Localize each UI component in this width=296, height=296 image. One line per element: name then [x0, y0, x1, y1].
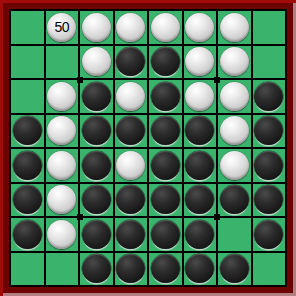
black-disc — [13, 220, 42, 249]
black-disc — [116, 220, 145, 249]
black-disc — [151, 47, 180, 76]
black-disc — [151, 220, 180, 249]
black-disc — [116, 47, 145, 76]
cell-g2[interactable] — [218, 46, 251, 79]
white-disc — [47, 220, 76, 249]
white-disc — [220, 13, 249, 42]
black-disc — [151, 151, 180, 180]
cell-b3[interactable] — [46, 80, 79, 113]
black-disc — [151, 116, 180, 145]
cell-c4[interactable] — [80, 115, 113, 148]
move-number-label: 50 — [54, 20, 69, 34]
white-disc — [82, 13, 111, 42]
cell-g1[interactable] — [218, 11, 251, 44]
cell-a6[interactable] — [11, 184, 44, 217]
black-disc — [13, 185, 42, 214]
cell-f1[interactable] — [184, 11, 217, 44]
black-disc — [185, 116, 214, 145]
cell-g3[interactable] — [218, 80, 251, 113]
white-disc — [220, 151, 249, 180]
white-disc — [185, 47, 214, 76]
cell-f5[interactable] — [184, 149, 217, 182]
white-disc — [220, 82, 249, 111]
white-disc — [47, 185, 76, 214]
cell-e3[interactable] — [149, 80, 182, 113]
board-frame: 50 — [0, 0, 296, 296]
white-disc — [116, 13, 145, 42]
cell-b4[interactable] — [46, 115, 79, 148]
black-disc — [185, 220, 214, 249]
black-disc — [82, 82, 111, 111]
cell-f6[interactable] — [184, 184, 217, 217]
cell-d1[interactable] — [115, 11, 148, 44]
cell-g4[interactable] — [218, 115, 251, 148]
cell-e8[interactable] — [149, 253, 182, 286]
black-disc — [254, 220, 283, 249]
black-disc — [82, 254, 111, 283]
cell-c2[interactable] — [80, 46, 113, 79]
black-disc — [13, 116, 42, 145]
cell-h7[interactable] — [253, 218, 286, 251]
white-disc — [47, 151, 76, 180]
cell-g6[interactable] — [218, 184, 251, 217]
cell-d4[interactable] — [115, 115, 148, 148]
black-disc — [220, 254, 249, 283]
cell-a4[interactable] — [11, 115, 44, 148]
cell-a7[interactable] — [11, 218, 44, 251]
cell-g8[interactable] — [218, 253, 251, 286]
cell-b5[interactable] — [46, 149, 79, 182]
white-disc — [82, 47, 111, 76]
cell-h1[interactable] — [253, 11, 286, 44]
cell-b8[interactable] — [46, 253, 79, 286]
cell-h3[interactable] — [253, 80, 286, 113]
cell-h2[interactable] — [253, 46, 286, 79]
cell-b1[interactable]: 50 — [46, 11, 79, 44]
cell-h4[interactable] — [253, 115, 286, 148]
black-disc — [254, 82, 283, 111]
white-disc — [185, 82, 214, 111]
cell-e5[interactable] — [149, 149, 182, 182]
black-disc — [82, 151, 111, 180]
white-disc — [151, 13, 180, 42]
cell-h6[interactable] — [253, 184, 286, 217]
cell-a3[interactable] — [11, 80, 44, 113]
cell-f4[interactable] — [184, 115, 217, 148]
black-disc — [151, 254, 180, 283]
white-disc: 50 — [47, 13, 76, 42]
cell-e7[interactable] — [149, 218, 182, 251]
cell-g5[interactable] — [218, 149, 251, 182]
cell-h5[interactable] — [253, 149, 286, 182]
white-disc — [220, 116, 249, 145]
cell-d8[interactable] — [115, 253, 148, 286]
cell-d3[interactable] — [115, 80, 148, 113]
white-disc — [116, 151, 145, 180]
cell-c5[interactable] — [80, 149, 113, 182]
black-disc — [151, 185, 180, 214]
cell-d7[interactable] — [115, 218, 148, 251]
cell-c8[interactable] — [80, 253, 113, 286]
white-disc — [220, 47, 249, 76]
cell-e1[interactable] — [149, 11, 182, 44]
board-border: 50 — [9, 9, 287, 287]
cell-g7[interactable] — [218, 218, 251, 251]
cell-f3[interactable] — [184, 80, 217, 113]
cell-c6[interactable] — [80, 184, 113, 217]
black-disc — [185, 254, 214, 283]
black-disc — [116, 254, 145, 283]
cell-h8[interactable] — [253, 253, 286, 286]
cell-a8[interactable] — [11, 253, 44, 286]
black-disc — [254, 185, 283, 214]
cell-d2[interactable] — [115, 46, 148, 79]
black-disc — [185, 151, 214, 180]
cell-a1[interactable] — [11, 11, 44, 44]
cell-d6[interactable] — [115, 184, 148, 217]
cell-b7[interactable] — [46, 218, 79, 251]
cell-e4[interactable] — [149, 115, 182, 148]
cell-f8[interactable] — [184, 253, 217, 286]
black-disc — [116, 116, 145, 145]
cell-e2[interactable] — [149, 46, 182, 79]
cell-d5[interactable] — [115, 149, 148, 182]
cell-b6[interactable] — [46, 184, 79, 217]
cell-a2[interactable] — [11, 46, 44, 79]
white-disc — [47, 82, 76, 111]
cell-b2[interactable] — [46, 46, 79, 79]
cell-c3[interactable] — [80, 80, 113, 113]
white-disc — [47, 116, 76, 145]
black-disc — [82, 185, 111, 214]
black-disc — [185, 185, 214, 214]
black-disc — [82, 116, 111, 145]
white-disc — [116, 82, 145, 111]
black-disc — [254, 151, 283, 180]
black-disc — [116, 185, 145, 214]
black-disc — [82, 220, 111, 249]
cell-c7[interactable] — [80, 218, 113, 251]
cell-c1[interactable] — [80, 11, 113, 44]
black-disc — [254, 116, 283, 145]
black-disc — [220, 185, 249, 214]
cell-f7[interactable] — [184, 218, 217, 251]
cell-e6[interactable] — [149, 184, 182, 217]
cell-f2[interactable] — [184, 46, 217, 79]
black-disc — [13, 151, 42, 180]
white-disc — [185, 13, 214, 42]
black-disc — [151, 82, 180, 111]
board: 50 — [11, 11, 285, 285]
cell-a5[interactable] — [11, 149, 44, 182]
